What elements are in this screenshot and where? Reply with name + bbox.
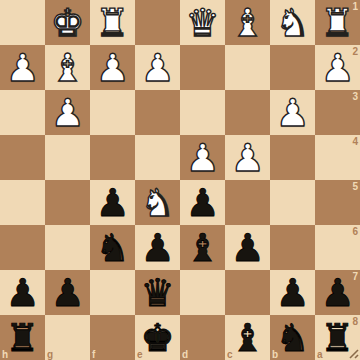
- square-d4[interactable]: ♟: [180, 135, 225, 180]
- square-f4[interactable]: [90, 135, 135, 180]
- white-pawn[interactable]: ♟: [90, 45, 135, 90]
- square-g1[interactable]: ♚: [45, 0, 90, 45]
- rank-label: 4: [352, 136, 358, 147]
- black-pawn[interactable]: ♟: [90, 180, 135, 225]
- square-c2[interactable]: [225, 45, 270, 90]
- square-f1[interactable]: ♜: [90, 0, 135, 45]
- white-knight[interactable]: ♞: [135, 180, 180, 225]
- square-c3[interactable]: [225, 90, 270, 135]
- square-b7[interactable]: ♟: [270, 270, 315, 315]
- square-e3[interactable]: [135, 90, 180, 135]
- square-e1[interactable]: [135, 0, 180, 45]
- square-a6[interactable]: 6: [315, 225, 360, 270]
- square-b5[interactable]: [270, 180, 315, 225]
- black-pawn[interactable]: ♟: [225, 225, 270, 270]
- square-c8[interactable]: ♝c: [225, 315, 270, 360]
- square-g6[interactable]: [45, 225, 90, 270]
- file-label: d: [182, 349, 188, 360]
- square-c7[interactable]: [225, 270, 270, 315]
- square-f7[interactable]: [90, 270, 135, 315]
- square-d6[interactable]: ♝: [180, 225, 225, 270]
- square-h2[interactable]: ♟: [0, 45, 45, 90]
- square-g5[interactable]: [45, 180, 90, 225]
- square-e8[interactable]: ♚e: [135, 315, 180, 360]
- square-h8[interactable]: ♜h: [0, 315, 45, 360]
- square-h6[interactable]: [0, 225, 45, 270]
- white-pawn[interactable]: ♟: [135, 45, 180, 90]
- square-a2[interactable]: ♟2: [315, 45, 360, 90]
- square-h4[interactable]: [0, 135, 45, 180]
- white-bishop[interactable]: ♝: [45, 45, 90, 90]
- square-f3[interactable]: [90, 90, 135, 135]
- black-knight[interactable]: ♞: [270, 315, 315, 360]
- black-king[interactable]: ♚: [135, 315, 180, 360]
- square-b3[interactable]: ♟: [270, 90, 315, 135]
- square-a4[interactable]: 4: [315, 135, 360, 180]
- square-h3[interactable]: [0, 90, 45, 135]
- white-king[interactable]: ♚: [45, 0, 90, 45]
- black-rook[interactable]: ♜: [0, 315, 45, 360]
- rank-label: 5: [352, 181, 358, 192]
- file-label: g: [47, 349, 53, 360]
- white-rook[interactable]: ♜: [90, 0, 135, 45]
- square-g8[interactable]: g: [45, 315, 90, 360]
- black-bishop[interactable]: ♝: [225, 315, 270, 360]
- square-d5[interactable]: ♟: [180, 180, 225, 225]
- white-pawn[interactable]: ♟: [225, 135, 270, 180]
- rank-label: 3: [352, 91, 358, 102]
- square-e5[interactable]: ♞: [135, 180, 180, 225]
- square-h7[interactable]: ♟: [0, 270, 45, 315]
- square-b6[interactable]: [270, 225, 315, 270]
- resize-handle-icon[interactable]: [347, 347, 359, 359]
- square-b2[interactable]: [270, 45, 315, 90]
- black-pawn[interactable]: ♟: [315, 270, 360, 315]
- black-pawn[interactable]: ♟: [135, 225, 180, 270]
- square-d1[interactable]: ♛: [180, 0, 225, 45]
- square-b4[interactable]: [270, 135, 315, 180]
- square-d8[interactable]: d: [180, 315, 225, 360]
- square-f6[interactable]: ♞: [90, 225, 135, 270]
- black-knight[interactable]: ♞: [90, 225, 135, 270]
- square-c6[interactable]: ♟: [225, 225, 270, 270]
- square-a7[interactable]: ♟7: [315, 270, 360, 315]
- square-f8[interactable]: f: [90, 315, 135, 360]
- white-pawn[interactable]: ♟: [180, 135, 225, 180]
- square-g3[interactable]: ♟: [45, 90, 90, 135]
- black-pawn[interactable]: ♟: [45, 270, 90, 315]
- black-pawn[interactable]: ♟: [0, 270, 45, 315]
- black-bishop[interactable]: ♝: [180, 225, 225, 270]
- square-c1[interactable]: ♝: [225, 0, 270, 45]
- square-c5[interactable]: [225, 180, 270, 225]
- square-h5[interactable]: [0, 180, 45, 225]
- white-pawn[interactable]: ♟: [270, 90, 315, 135]
- square-a3[interactable]: 3: [315, 90, 360, 135]
- black-pawn[interactable]: ♟: [180, 180, 225, 225]
- square-d7[interactable]: [180, 270, 225, 315]
- square-f2[interactable]: ♟: [90, 45, 135, 90]
- square-d2[interactable]: [180, 45, 225, 90]
- white-rook[interactable]: ♜: [315, 0, 360, 45]
- square-f5[interactable]: ♟: [90, 180, 135, 225]
- square-g4[interactable]: [45, 135, 90, 180]
- square-e2[interactable]: ♟: [135, 45, 180, 90]
- square-e6[interactable]: ♟: [135, 225, 180, 270]
- square-e7[interactable]: ♛: [135, 270, 180, 315]
- square-h1[interactable]: [0, 0, 45, 45]
- black-queen[interactable]: ♛: [135, 270, 180, 315]
- white-pawn[interactable]: ♟: [45, 90, 90, 135]
- rank-label: 6: [352, 226, 358, 237]
- square-b8[interactable]: ♞b: [270, 315, 315, 360]
- square-e4[interactable]: [135, 135, 180, 180]
- square-b1[interactable]: ♞: [270, 0, 315, 45]
- white-pawn[interactable]: ♟: [0, 45, 45, 90]
- black-pawn[interactable]: ♟: [270, 270, 315, 315]
- white-pawn[interactable]: ♟: [315, 45, 360, 90]
- white-bishop[interactable]: ♝: [225, 0, 270, 45]
- square-g2[interactable]: ♝: [45, 45, 90, 90]
- square-a5[interactable]: 5: [315, 180, 360, 225]
- square-a1[interactable]: ♜1: [315, 0, 360, 45]
- file-label: f: [92, 349, 95, 360]
- square-d3[interactable]: [180, 90, 225, 135]
- white-queen[interactable]: ♛: [180, 0, 225, 45]
- white-knight[interactable]: ♞: [270, 0, 315, 45]
- square-g7[interactable]: ♟: [45, 270, 90, 315]
- square-c4[interactable]: ♟: [225, 135, 270, 180]
- chess-board: ♚♜♛♝♞♜1♟♝♟♟♟2♟♟3♟♟4♟♞♟5♞♟♝♟6♟♟♛♟♟7♜hgf♚e…: [0, 0, 360, 360]
